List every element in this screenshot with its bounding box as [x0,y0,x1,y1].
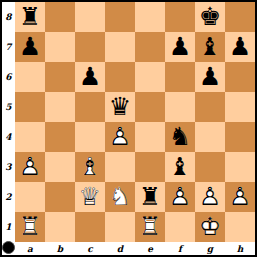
square-a2[interactable] [15,182,45,212]
rank-label-1: 1 [2,212,15,242]
rank-label-6: 6 [2,62,15,92]
piece-white-pawn-fill: ♟ [105,122,135,152]
file-label-c: c [75,242,105,255]
square-d8[interactable] [105,2,135,32]
piece-white-queen: ♕ [75,182,105,212]
rank-label-8: 8 [2,2,15,32]
side-to-move-indicator [2,242,15,255]
square-d4[interactable]: ♟♙ [105,122,135,152]
piece-white-bishop-fill: ♝ [75,152,105,182]
square-h5[interactable] [225,92,255,122]
file-label-g: g [195,242,225,255]
square-c4[interactable] [75,122,105,152]
piece-white-rook: ♖ [135,212,165,242]
square-b2[interactable] [45,182,75,212]
square-g1[interactable]: ♚♔ [195,212,225,242]
piece-white-pawn-fill: ♟ [165,182,195,212]
square-f2[interactable]: ♟♙ [165,182,195,212]
piece-white-rook-fill: ♜ [15,212,45,242]
piece-black-knight: ♞ [165,122,195,152]
square-a3[interactable]: ♟♙ [15,152,45,182]
square-c3[interactable]: ♝♗ [75,152,105,182]
black-to-move-dot-icon [2,241,15,254]
square-f7[interactable]: ♟ [165,32,195,62]
file-label-h: h [225,242,255,255]
rank-label-4: 4 [2,122,15,152]
rank-labels: 87654321 [2,2,15,242]
piece-black-pawn: ♟ [15,32,45,62]
piece-white-rook: ♖ [15,212,45,242]
piece-black-pawn: ♟ [195,62,225,92]
piece-white-knight: ♘ [105,182,135,212]
piece-white-pawn: ♙ [195,182,225,212]
rank-label-2: 2 [2,182,15,212]
file-label-e: e [135,242,165,255]
square-e8[interactable] [135,2,165,32]
square-c8[interactable] [75,2,105,32]
square-f6[interactable] [165,62,195,92]
square-d7[interactable] [105,32,135,62]
file-label-f: f [165,242,195,255]
square-b1[interactable] [45,212,75,242]
rank-label-3: 3 [2,152,15,182]
square-b6[interactable] [45,62,75,92]
piece-black-king: ♚ [195,2,225,32]
rank-label-7: 7 [2,32,15,62]
piece-black-bishop: ♝ [195,32,225,62]
square-h8[interactable] [225,2,255,32]
piece-white-pawn-fill: ♟ [225,182,255,212]
square-f4[interactable]: ♞ [165,122,195,152]
piece-black-pawn: ♟ [225,32,255,62]
square-g4[interactable] [195,122,225,152]
piece-white-pawn-fill: ♟ [15,152,45,182]
square-e4[interactable] [135,122,165,152]
file-label-d: d [105,242,135,255]
square-d1[interactable] [105,212,135,242]
square-e7[interactable] [135,32,165,62]
square-f3[interactable]: ♝ [165,152,195,182]
chess-board-diagram: 87654321 ♜♚♟♟♝♟♟♟♛♟♙♞♟♙♝♗♝♛♕♞♘♜♟♙♟♙♟♙♜♖♜… [0,0,257,257]
piece-black-queen: ♛ [105,92,135,122]
piece-black-rook: ♜ [135,182,165,212]
piece-white-pawn: ♙ [165,182,195,212]
square-g7[interactable]: ♝ [195,32,225,62]
piece-white-king-fill: ♚ [195,212,225,242]
square-d2[interactable]: ♞♘ [105,182,135,212]
square-d5[interactable]: ♛ [105,92,135,122]
square-h3[interactable] [225,152,255,182]
square-c6[interactable]: ♟ [75,62,105,92]
piece-white-king: ♔ [195,212,225,242]
square-a8[interactable]: ♜ [15,2,45,32]
square-e3[interactable] [135,152,165,182]
square-d3[interactable] [105,152,135,182]
piece-black-pawn: ♟ [75,62,105,92]
rank-label-5: 5 [2,92,15,122]
square-h1[interactable] [225,212,255,242]
square-a5[interactable] [15,92,45,122]
square-b4[interactable] [45,122,75,152]
square-c2[interactable]: ♛♕ [75,182,105,212]
piece-white-pawn: ♙ [15,152,45,182]
square-f8[interactable] [165,2,195,32]
square-b8[interactable] [45,2,75,32]
piece-white-pawn: ♙ [105,122,135,152]
square-a1[interactable]: ♜♖ [15,212,45,242]
square-b7[interactable] [45,32,75,62]
square-g6[interactable]: ♟ [195,62,225,92]
square-e6[interactable] [135,62,165,92]
square-e2[interactable]: ♜ [135,182,165,212]
square-a7[interactable]: ♟ [15,32,45,62]
square-e5[interactable] [135,92,165,122]
piece-white-queen-fill: ♛ [75,182,105,212]
square-h2[interactable]: ♟♙ [225,182,255,212]
piece-white-rook-fill: ♜ [135,212,165,242]
file-label-a: a [15,242,45,255]
square-b5[interactable] [45,92,75,122]
square-g3[interactable] [195,152,225,182]
square-c5[interactable] [75,92,105,122]
square-d6[interactable] [105,62,135,92]
square-b3[interactable] [45,152,75,182]
piece-black-pawn: ♟ [165,32,195,62]
square-e1[interactable]: ♜♖ [135,212,165,242]
piece-white-bishop: ♗ [75,152,105,182]
piece-black-rook: ♜ [15,2,45,32]
piece-white-pawn: ♙ [225,182,255,212]
chess-board: ♜♚♟♟♝♟♟♟♛♟♙♞♟♙♝♗♝♛♕♞♘♜♟♙♟♙♟♙♜♖♜♖♚♔ [15,2,255,242]
file-label-b: b [45,242,75,255]
square-g2[interactable]: ♟♙ [195,182,225,212]
square-h7[interactable]: ♟ [225,32,255,62]
piece-black-bishop: ♝ [165,152,195,182]
square-c1[interactable] [75,212,105,242]
square-h6[interactable] [225,62,255,92]
square-c7[interactable] [75,32,105,62]
square-a6[interactable] [15,62,45,92]
piece-white-pawn-fill: ♟ [195,182,225,212]
square-g8[interactable]: ♚ [195,2,225,32]
square-f5[interactable] [165,92,195,122]
file-labels: abcdefgh [15,242,255,255]
piece-white-knight-fill: ♞ [105,182,135,212]
square-f1[interactable] [165,212,195,242]
square-a4[interactable] [15,122,45,152]
square-h4[interactable] [225,122,255,152]
square-g5[interactable] [195,92,225,122]
